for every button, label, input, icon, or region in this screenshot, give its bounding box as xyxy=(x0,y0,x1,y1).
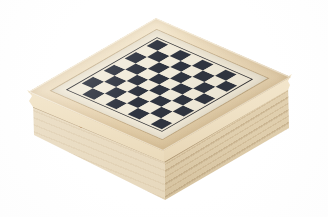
chess-box xyxy=(0,0,328,217)
photo-background xyxy=(0,0,328,217)
